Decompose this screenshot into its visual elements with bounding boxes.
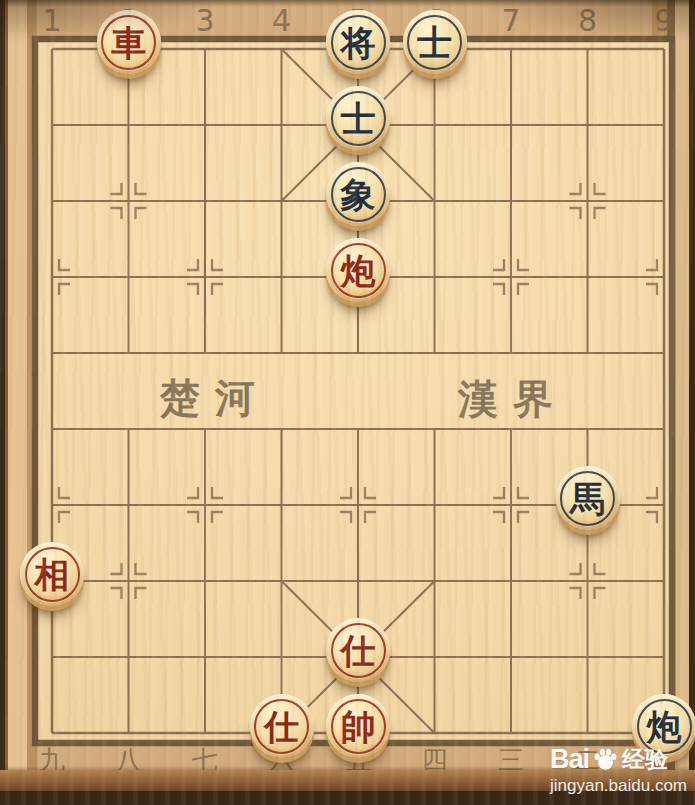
watermark-url: jingyan.baidu.com <box>550 776 687 796</box>
piece-glyph: 士 <box>403 10 467 74</box>
piece-grid[interactable]: 車将士士象炮馬相仕仕帥炮 <box>14 11 695 771</box>
piece-glyph: 士 <box>326 86 390 150</box>
red-cannon-piece[interactable]: 炮 <box>326 238 390 302</box>
piece-glyph: 将 <box>326 10 390 74</box>
red-advisor-1-piece[interactable]: 仕 <box>326 618 390 682</box>
black-elephant-piece[interactable]: 象 <box>326 162 390 226</box>
black-horse-piece[interactable]: 馬 <box>556 466 620 530</box>
red-general-piece[interactable]: 帥 <box>326 694 390 758</box>
red-advisor-2-piece[interactable]: 仕 <box>250 694 314 758</box>
baidu-watermark: Bai 经验 jingyan.baidu.com <box>550 744 687 796</box>
red-elephant-piece[interactable]: 相 <box>20 542 84 606</box>
black-advisor-2-piece[interactable]: 士 <box>326 86 390 150</box>
piece-glyph: 炮 <box>326 238 390 302</box>
piece-glyph: 相 <box>20 542 84 606</box>
piece-glyph: 馬 <box>556 466 620 530</box>
red-chariot-piece[interactable]: 車 <box>97 10 161 74</box>
xiangqi-board-screen: 楚河 漢界 123456789 九八七六五四三二一 車将士士象炮馬相仕仕帥炮 B… <box>0 0 695 805</box>
baidu-logo-text: Bai <box>550 744 589 775</box>
piece-glyph: 車 <box>97 10 161 74</box>
piece-glyph: 仕 <box>326 618 390 682</box>
piece-glyph: 帥 <box>326 694 390 758</box>
baidu-jingyan-text: 经验 <box>622 744 668 775</box>
baidu-paw-icon <box>592 746 619 773</box>
black-general-piece[interactable]: 将 <box>326 10 390 74</box>
piece-glyph: 象 <box>326 162 390 226</box>
black-advisor-1-piece[interactable]: 士 <box>403 10 467 74</box>
piece-glyph: 仕 <box>250 694 314 758</box>
